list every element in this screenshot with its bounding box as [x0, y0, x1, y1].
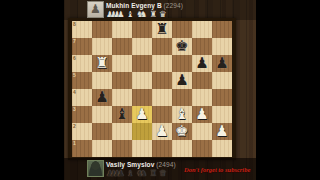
square-f4[interactable] — [172, 89, 192, 106]
top-player-bar: ♟ Mukhin Evgeny B (2294) ♟♟♟♟♝♞♞♜♛ — [64, 0, 256, 20]
piece-black-pawn-icon: ♟ — [192, 55, 212, 72]
piece-white-rook-icon: ♜ — [92, 55, 112, 72]
square-d2[interactable] — [132, 123, 152, 140]
rank-label-6: 6 — [73, 55, 76, 61]
square-h6[interactable]: ♟ — [212, 55, 232, 72]
square-e3[interactable] — [152, 106, 172, 123]
square-e5[interactable] — [152, 72, 172, 89]
bottom-captured-tray: ♟♟♟♟♝♞♞♜♛ — [106, 169, 169, 178]
square-b5[interactable] — [92, 72, 112, 89]
piece-black-bishop-icon: ♝ — [112, 106, 132, 123]
square-a4[interactable]: 4 — [72, 89, 92, 106]
chess-app-view: 8♜7♚6♜♟♟5♟4♟3♝♟♝♟2♟♚♟1 ♟ Mukhin Evgeny B… — [64, 0, 256, 180]
square-b4[interactable]: ♟ — [92, 89, 112, 106]
square-g6[interactable]: ♟ — [192, 55, 212, 72]
captured-group-p: ♟♟♟♟ — [106, 10, 125, 19]
square-h8[interactable] — [212, 21, 232, 38]
top-player-avatar: ♟ — [87, 1, 104, 18]
square-a6[interactable]: 6 — [72, 55, 92, 72]
captured-group-r: ♜ — [149, 10, 157, 19]
square-d4[interactable] — [132, 89, 152, 106]
piece-white-pawn-icon: ♟ — [132, 106, 152, 123]
top-captured-tray: ♟♟♟♟♝♞♞♜♛ — [106, 10, 169, 19]
piece-black-pawn-icon: ♟ — [212, 55, 232, 72]
left-letterbox — [0, 0, 64, 180]
square-d1[interactable] — [132, 140, 152, 157]
square-e6[interactable] — [152, 55, 172, 72]
square-h5[interactable] — [212, 72, 232, 89]
square-h3[interactable] — [212, 106, 232, 123]
square-e8[interactable]: ♜ — [152, 21, 172, 38]
captured-piece-icon: ♟ — [117, 169, 125, 178]
square-f7[interactable]: ♚ — [172, 38, 192, 55]
square-f8[interactable] — [172, 21, 192, 38]
rank-label-7: 7 — [73, 38, 76, 44]
square-b2[interactable] — [92, 123, 112, 140]
captured-group-r: ♜ — [149, 169, 157, 178]
captured-group-b: ♝ — [127, 10, 135, 19]
square-e2[interactable]: ♟ — [152, 123, 172, 140]
chess-board: 8♜7♚6♜♟♟5♟4♟3♝♟♝♟2♟♚♟1 — [72, 21, 232, 157]
square-g8[interactable] — [192, 21, 212, 38]
square-h1[interactable] — [212, 140, 232, 157]
square-a3[interactable]: 3 — [72, 106, 92, 123]
pawn-avatar-icon: ♟ — [88, 2, 103, 17]
piece-white-pawn-icon: ♟ — [212, 123, 232, 140]
top-player-rating: (2294) — [164, 2, 183, 9]
rank-label-5: 5 — [73, 72, 76, 78]
right-letterbox — [256, 0, 320, 180]
square-g4[interactable] — [192, 89, 212, 106]
square-c1[interactable] — [112, 140, 132, 157]
square-a2[interactable]: 2 — [72, 123, 92, 140]
square-e1[interactable] — [152, 140, 172, 157]
captured-piece-icon: ♟ — [117, 10, 125, 19]
square-g5[interactable] — [192, 72, 212, 89]
rank-label-1: 1 — [73, 140, 76, 146]
captured-piece-icon: ♛ — [159, 169, 167, 178]
subscribe-text: Don't forget to subscribe — [184, 166, 254, 173]
square-a8[interactable]: 8 — [72, 21, 92, 38]
square-c4[interactable] — [112, 89, 132, 106]
captured-group-p: ♟♟♟♟ — [106, 169, 125, 178]
video-frame: 8♜7♚6♜♟♟5♟4♟3♝♟♝♟2♟♚♟1 ♟ Mukhin Evgeny B… — [0, 0, 320, 180]
square-d8[interactable] — [132, 21, 152, 38]
square-c5[interactable] — [112, 72, 132, 89]
rank-label-2: 2 — [73, 123, 76, 129]
square-b7[interactable] — [92, 38, 112, 55]
square-c8[interactable] — [112, 21, 132, 38]
captured-group-n: ♞♞ — [136, 10, 147, 19]
square-d7[interactable] — [132, 38, 152, 55]
square-c3[interactable]: ♝ — [112, 106, 132, 123]
board-frame: 8♜7♚6♜♟♟5♟4♟3♝♟♝♟2♟♚♟1 — [68, 18, 236, 160]
square-g7[interactable] — [192, 38, 212, 55]
bottom-player-rating: (2494) — [156, 161, 175, 168]
square-g2[interactable] — [192, 123, 212, 140]
square-f6[interactable] — [172, 55, 192, 72]
bottom-player-name: Vasily Smyslov (2494) — [106, 161, 176, 168]
square-a5[interactable]: 5 — [72, 72, 92, 89]
top-player-name: Mukhin Evgeny B (2294) — [106, 2, 183, 9]
piece-white-pawn-icon: ♟ — [152, 123, 172, 140]
square-c2[interactable] — [112, 123, 132, 140]
square-c6[interactable] — [112, 55, 132, 72]
square-b3[interactable] — [92, 106, 112, 123]
rank-label-8: 8 — [73, 21, 76, 27]
square-f3[interactable]: ♝ — [172, 106, 192, 123]
captured-piece-icon: ♜ — [149, 169, 157, 178]
square-a1[interactable]: 1 — [72, 140, 92, 157]
piece-white-pawn-icon: ♟ — [192, 106, 212, 123]
square-b1[interactable] — [92, 140, 112, 157]
bottom-player-avatar — [87, 160, 104, 177]
player-name-text: Mukhin Evgeny B — [106, 2, 162, 9]
square-h2[interactable]: ♟ — [212, 123, 232, 140]
captured-piece-icon: ♛ — [159, 10, 167, 19]
captured-piece-icon: ♜ — [149, 10, 157, 19]
captured-piece-icon: ♝ — [127, 10, 135, 19]
square-b6[interactable]: ♜ — [92, 55, 112, 72]
square-g1[interactable] — [192, 140, 212, 157]
square-f2[interactable]: ♚ — [172, 123, 192, 140]
square-g3[interactable]: ♟ — [192, 106, 212, 123]
square-d3[interactable]: ♟ — [132, 106, 152, 123]
bottom-player-bar: Vasily Smyslov (2494) ♟♟♟♟♝♞♞♜♛ Don't fo… — [64, 159, 256, 179]
player-name-text: Vasily Smyslov — [106, 161, 154, 168]
square-e4[interactable] — [152, 89, 172, 106]
piece-white-bishop-icon: ♝ — [172, 106, 192, 123]
square-f1[interactable] — [172, 140, 192, 157]
square-f5[interactable]: ♟ — [172, 72, 192, 89]
captured-group-q: ♛ — [159, 10, 167, 19]
captured-piece-icon: ♞ — [140, 169, 148, 178]
rank-label-3: 3 — [73, 106, 76, 112]
square-d5[interactable] — [132, 72, 152, 89]
piece-black-rook-icon: ♜ — [152, 21, 172, 38]
piece-black-pawn-icon: ♟ — [172, 72, 192, 89]
captured-group-n: ♞♞ — [136, 169, 147, 178]
piece-white-king-icon: ♚ — [172, 123, 192, 140]
piece-black-king-icon: ♚ — [172, 38, 192, 55]
captured-piece-icon: ♞ — [140, 10, 148, 19]
captured-group-b: ♝ — [127, 169, 135, 178]
rank-label-4: 4 — [73, 89, 76, 95]
square-b8[interactable] — [92, 21, 112, 38]
square-d6[interactable] — [132, 55, 152, 72]
captured-group-q: ♛ — [159, 169, 167, 178]
square-h7[interactable] — [212, 38, 232, 55]
square-a7[interactable]: 7 — [72, 38, 92, 55]
captured-piece-icon: ♝ — [127, 169, 135, 178]
piece-black-pawn-icon: ♟ — [92, 89, 112, 106]
square-e7[interactable] — [152, 38, 172, 55]
square-c7[interactable] — [112, 38, 132, 55]
square-h4[interactable] — [212, 89, 232, 106]
